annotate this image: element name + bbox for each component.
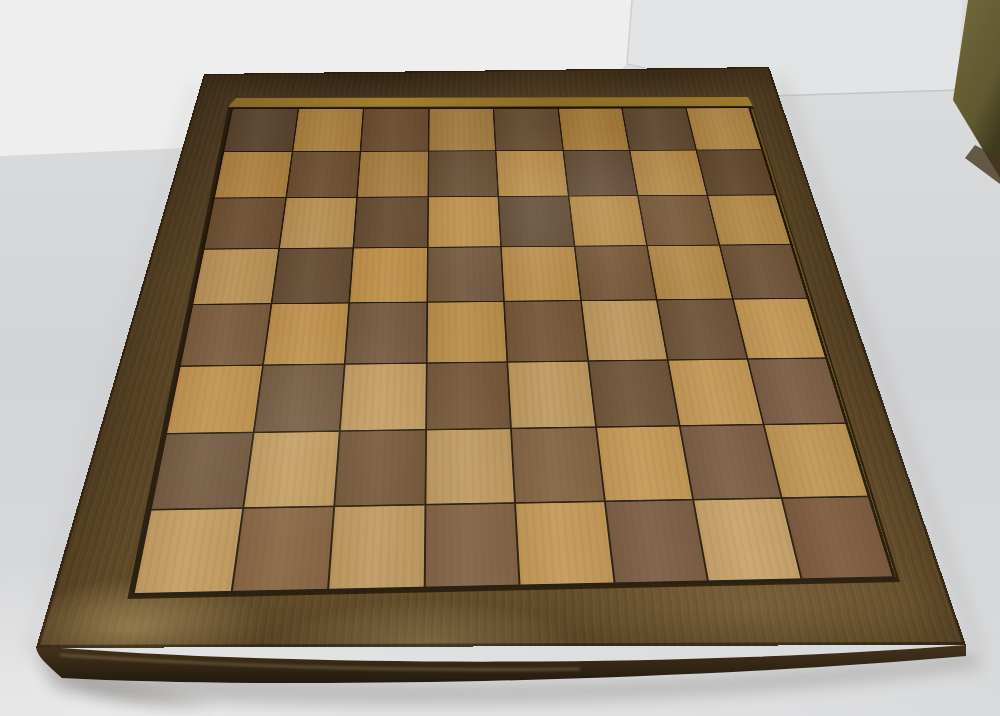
square-r1c4 — [496, 151, 567, 196]
square-r4c4 — [505, 301, 587, 361]
square-r0c1 — [293, 109, 363, 151]
screenshot-root — [0, 0, 1000, 716]
square-r3c6 — [648, 245, 732, 299]
square-r1c6 — [630, 150, 706, 195]
square-r4c0 — [181, 304, 270, 365]
square-r6c0 — [152, 433, 252, 508]
square-r6c2 — [335, 430, 424, 505]
square-r4c6 — [658, 300, 746, 359]
square-r2c4 — [499, 197, 573, 246]
square-r2c6 — [639, 196, 719, 245]
square-r5c7 — [748, 358, 845, 423]
square-r6c5 — [597, 427, 692, 501]
square-r6c1 — [244, 432, 339, 507]
square-r1c1 — [287, 152, 360, 198]
square-r7c3 — [425, 503, 518, 586]
square-r5c2 — [341, 363, 426, 430]
square-r1c3 — [429, 151, 498, 196]
square-r6c4 — [512, 428, 603, 502]
square-r2c1 — [280, 198, 357, 248]
square-r1c0 — [215, 152, 291, 198]
square-r4c1 — [264, 304, 349, 365]
square-r4c2 — [346, 303, 426, 363]
square-r2c0 — [205, 198, 285, 248]
square-r3c2 — [350, 248, 426, 303]
square-r0c7 — [686, 108, 761, 149]
square-r7c0 — [135, 508, 242, 593]
square-r2c5 — [569, 196, 646, 245]
square-r2c2 — [354, 197, 427, 247]
square-r3c7 — [720, 245, 807, 299]
square-r0c6 — [623, 108, 695, 149]
square-r3c1 — [272, 248, 352, 303]
square-r5c6 — [669, 359, 762, 425]
square-r0c0 — [224, 109, 297, 151]
square-r4c3 — [427, 302, 506, 362]
square-r0c2 — [361, 109, 428, 151]
square-r1c5 — [564, 151, 637, 196]
square-r5c4 — [508, 361, 594, 427]
square-r5c1 — [254, 364, 344, 431]
square-r5c5 — [589, 360, 679, 426]
square-r6c6 — [681, 425, 780, 498]
square-r1c2 — [358, 151, 428, 196]
square-r5c3 — [427, 362, 510, 429]
square-r0c3 — [429, 109, 495, 151]
square-r0c4 — [494, 109, 562, 150]
square-r3c0 — [193, 249, 278, 304]
square-r7c1 — [232, 507, 333, 591]
square-r7c6 — [694, 498, 800, 580]
square-r3c3 — [428, 247, 503, 301]
square-r3c4 — [502, 246, 580, 300]
square-r4c7 — [733, 299, 824, 358]
frame-lip-molding — [228, 97, 753, 107]
square-r5c0 — [167, 365, 261, 432]
square-r2c7 — [708, 195, 790, 244]
square-r4c5 — [581, 300, 666, 360]
square-r7c4 — [516, 502, 613, 585]
square-r7c2 — [329, 505, 424, 589]
square-r7c5 — [605, 500, 706, 582]
square-r3c5 — [575, 246, 656, 300]
square-r1c7 — [697, 150, 775, 195]
square-r6c3 — [426, 429, 514, 503]
square-r0c5 — [559, 109, 629, 150]
square-r2c3 — [428, 197, 500, 247]
